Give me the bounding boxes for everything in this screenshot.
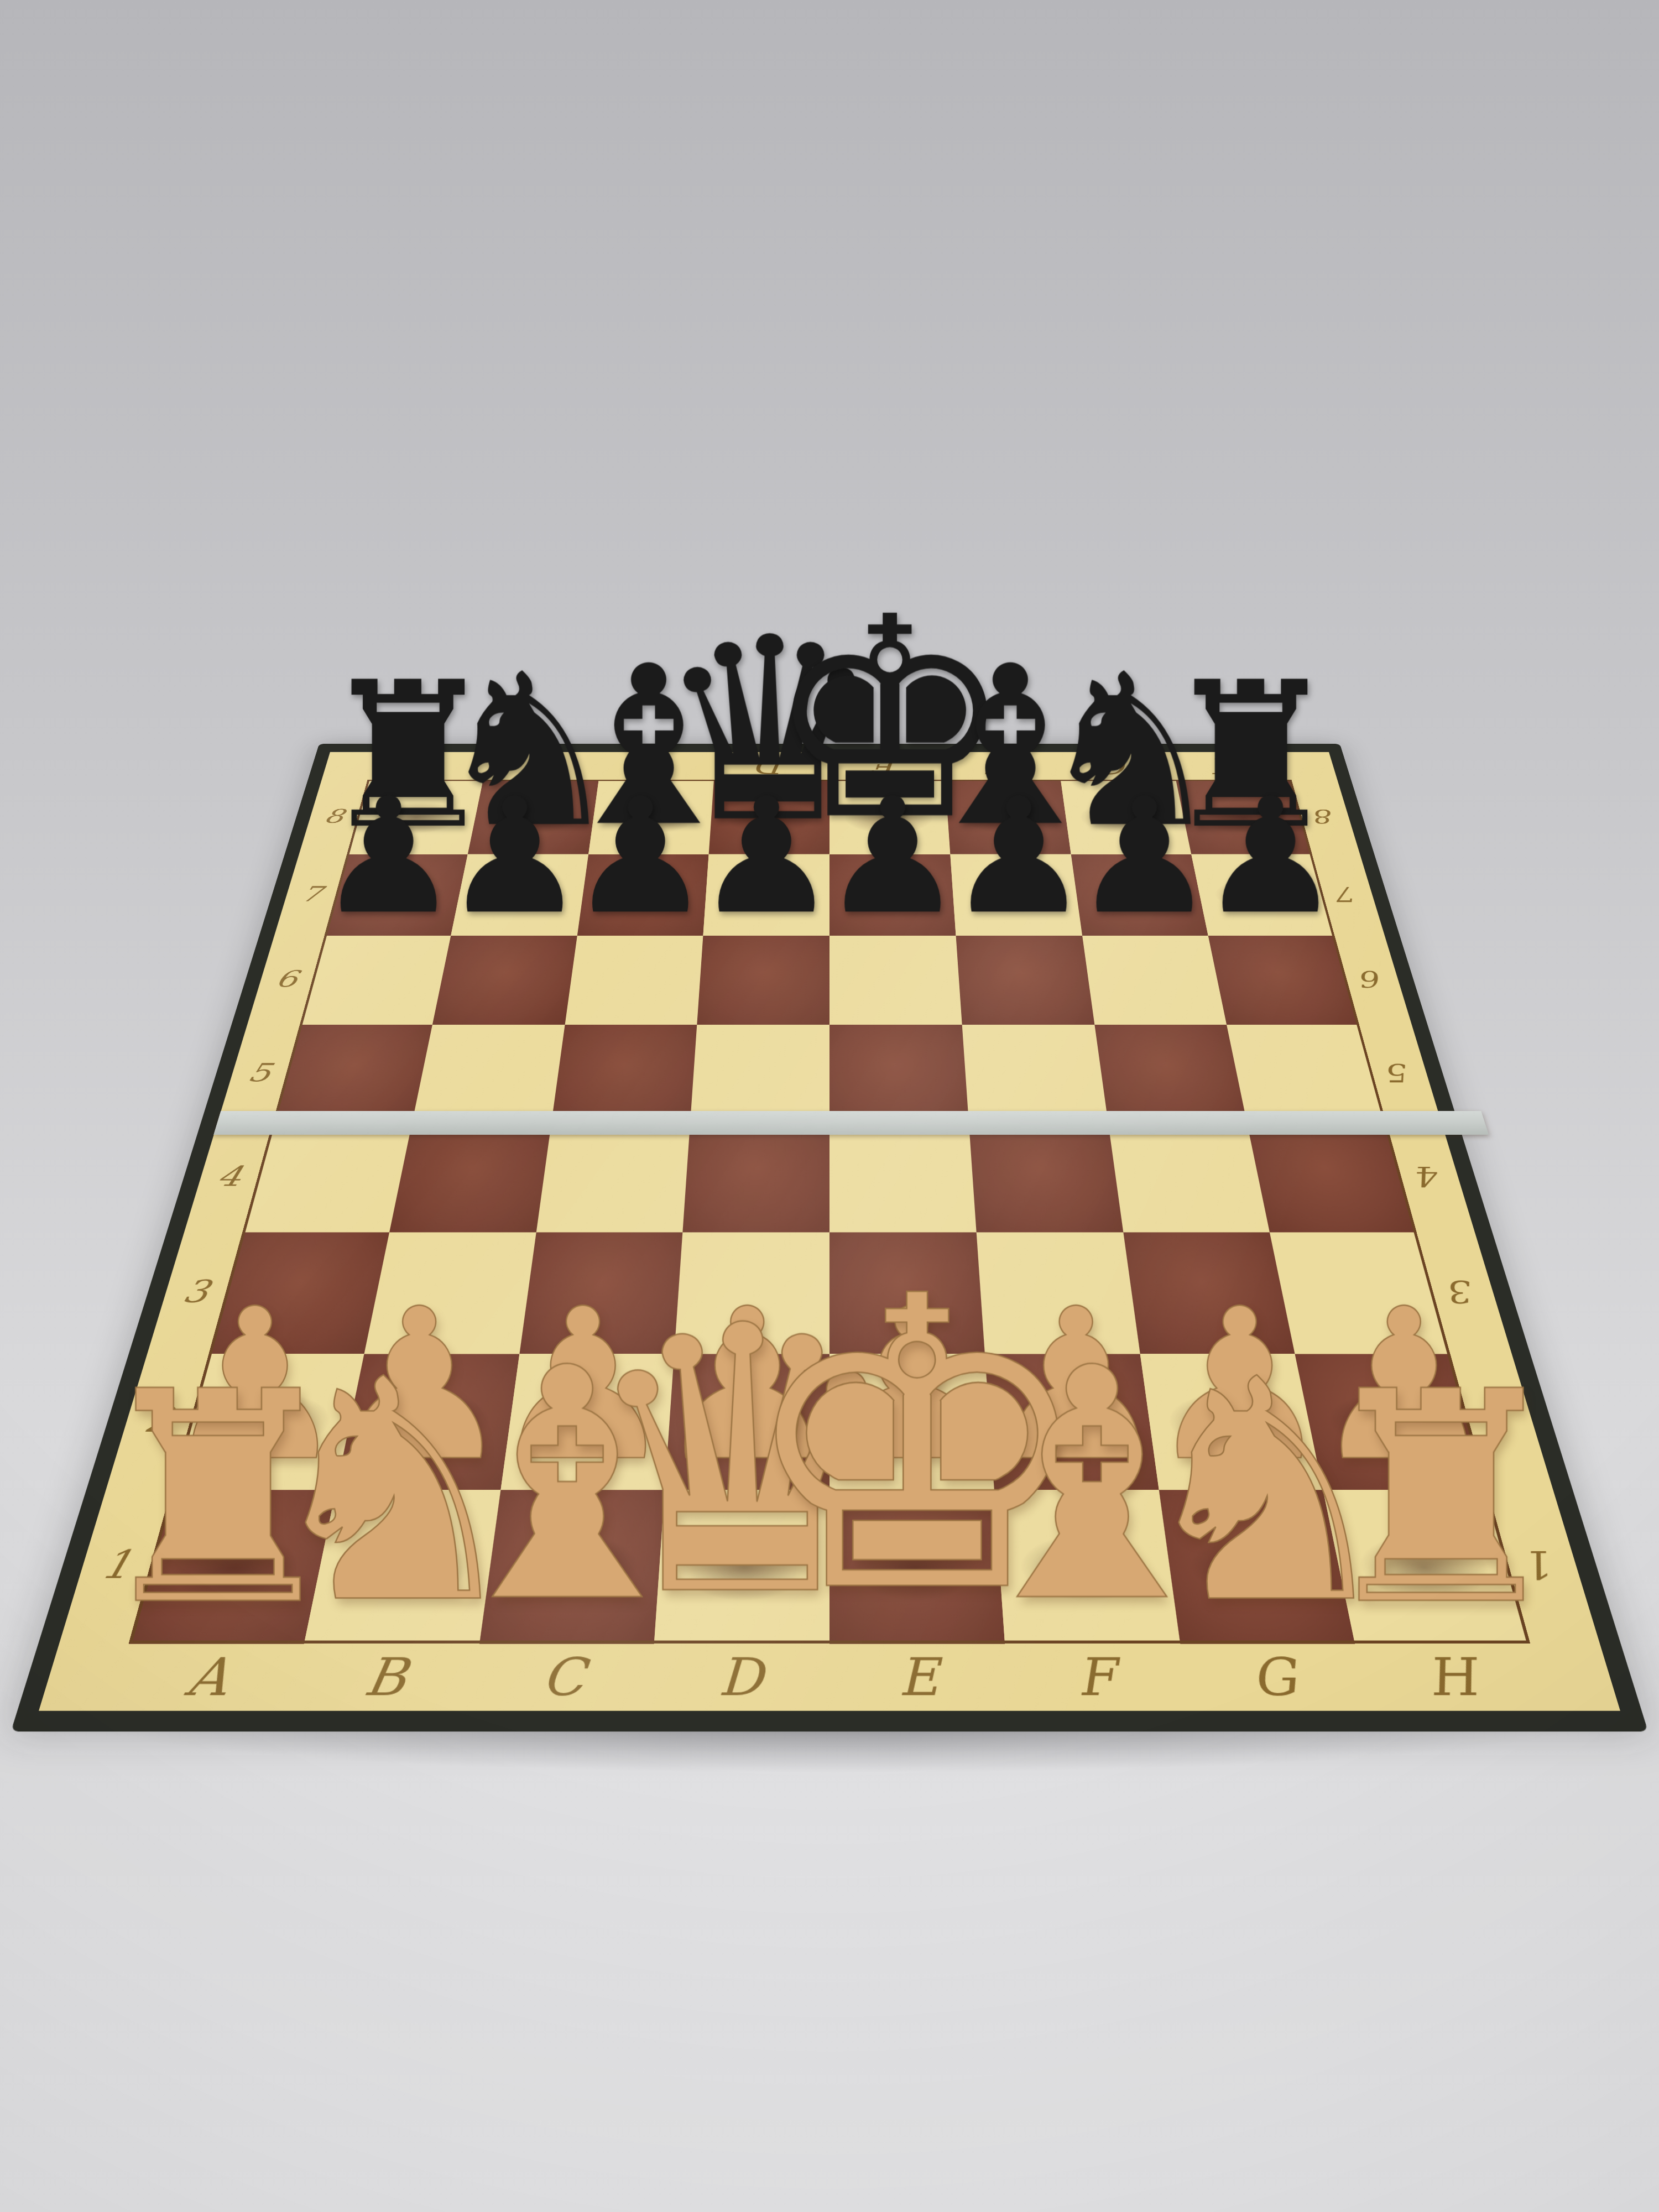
photo-scene: ABCDEFGH8♜♞♝♛♚♝♞♜87♟♟♟♟♟♟♟♟7665544332♟♟♟… xyxy=(0,0,1659,2212)
square-e5[interactable] xyxy=(830,1025,969,1123)
board-grid: ABCDEFGH8♜♞♝♛♚♝♞♜87♟♟♟♟♟♟♟♟7665544332♟♟♟… xyxy=(39,752,1620,1711)
square-c5[interactable] xyxy=(551,1025,697,1123)
file-label-d-bottom: D xyxy=(650,1644,830,1711)
square-b5[interactable] xyxy=(412,1025,565,1123)
square-a5[interactable] xyxy=(273,1025,432,1123)
square-g5[interactable] xyxy=(1094,1025,1247,1123)
black-pawn[interactable]: ♟ xyxy=(947,780,1091,932)
black-pawn[interactable]: ♟ xyxy=(317,780,461,932)
black-pawn[interactable]: ♟ xyxy=(1199,780,1343,932)
square-c7[interactable]: ♟ xyxy=(577,854,708,936)
file-label-a-bottom: A xyxy=(110,1644,304,1711)
square-b7[interactable]: ♟ xyxy=(451,854,588,936)
square-d6[interactable] xyxy=(697,936,830,1025)
square-a6[interactable] xyxy=(300,936,451,1025)
square-c6[interactable] xyxy=(565,936,703,1025)
fold-hinge-strip xyxy=(213,1111,1489,1135)
file-label-h-bottom: H xyxy=(1355,1644,1549,1711)
square-f5[interactable] xyxy=(962,1025,1108,1123)
file-label-g-bottom: G xyxy=(1180,1644,1369,1711)
square-h7[interactable]: ♟ xyxy=(1191,854,1334,936)
square-g6[interactable] xyxy=(1082,936,1227,1025)
rank-label-4-right: 4 xyxy=(1386,1123,1475,1232)
board-face: ABCDEFGH8♜♞♝♛♚♝♞♜87♟♟♟♟♟♟♟♟7665544332♟♟♟… xyxy=(39,752,1620,1711)
square-d7[interactable]: ♟ xyxy=(703,854,830,936)
square-b4[interactable] xyxy=(389,1123,551,1232)
square-h1[interactable]: ♜ xyxy=(1323,1490,1531,1644)
white-rook[interactable]: ♜ xyxy=(1311,1360,1572,1637)
white-bishop[interactable]: ♝ xyxy=(424,1334,711,1637)
rank-label-4-left: 4 xyxy=(184,1123,273,1232)
black-pawn[interactable]: ♟ xyxy=(568,780,712,932)
file-label-b-bottom: B xyxy=(290,1644,479,1711)
square-h6[interactable] xyxy=(1208,936,1359,1025)
black-pawn[interactable]: ♟ xyxy=(442,780,586,932)
black-pawn[interactable]: ♟ xyxy=(1073,780,1217,932)
square-c1[interactable]: ♝ xyxy=(479,1490,665,1644)
square-c4[interactable] xyxy=(536,1123,690,1232)
square-f7[interactable]: ♟ xyxy=(950,854,1082,936)
square-g7[interactable]: ♟ xyxy=(1071,854,1208,936)
black-pawn[interactable]: ♟ xyxy=(821,780,964,932)
square-g4[interactable] xyxy=(1108,1123,1270,1232)
file-label-c-bottom: C xyxy=(470,1644,655,1711)
square-e6[interactable] xyxy=(830,936,962,1025)
square-a4[interactable] xyxy=(242,1123,411,1232)
file-label-e-bottom: E xyxy=(830,1644,1009,1711)
square-b6[interactable] xyxy=(432,936,577,1025)
square-h5[interactable] xyxy=(1227,1025,1386,1123)
square-d5[interactable] xyxy=(690,1025,830,1123)
square-e7[interactable]: ♟ xyxy=(830,854,956,936)
file-label-f-bottom: F xyxy=(1005,1644,1190,1711)
square-f6[interactable] xyxy=(956,936,1094,1025)
black-pawn[interactable]: ♟ xyxy=(695,780,838,932)
